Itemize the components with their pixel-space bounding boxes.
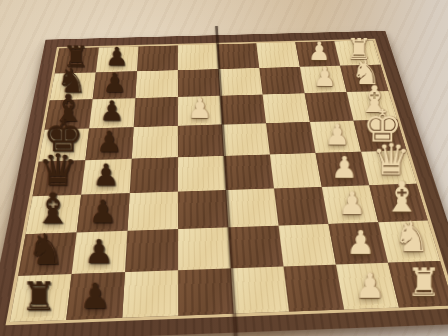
square-f5[interactable]: ♟ (178, 96, 222, 126)
black-pawn-d7[interactable]: ♟ (92, 160, 119, 190)
square-g4[interactable] (219, 68, 263, 96)
square-h4[interactable] (217, 43, 259, 69)
black-pawn-g7[interactable]: ♟ (102, 70, 126, 97)
square-e2[interactable]: ♟ (310, 121, 361, 153)
square-d2[interactable]: ♟ (316, 152, 370, 187)
square-c4[interactable] (226, 188, 278, 227)
square-f6[interactable] (134, 97, 178, 127)
square-d7[interactable]: ♟ (81, 159, 132, 195)
white-knight-b1[interactable]: ♞ (393, 216, 430, 258)
square-c5[interactable] (178, 190, 228, 229)
square-b1[interactable]: ♞ (378, 221, 440, 263)
square-b5[interactable] (178, 227, 231, 270)
square-e4[interactable] (222, 123, 270, 156)
square-e6[interactable] (132, 126, 178, 159)
white-pawn-g2[interactable]: ♟ (313, 64, 337, 91)
square-d3[interactable] (270, 153, 322, 188)
square-f3[interactable] (263, 93, 310, 123)
square-f4[interactable] (220, 95, 266, 125)
black-rook-a8[interactable]: ♜ (21, 276, 57, 316)
square-a3[interactable] (284, 265, 345, 312)
square-a7[interactable]: ♟ (66, 272, 125, 320)
square-b7[interactable]: ♟ (72, 231, 128, 274)
white-rook-a1[interactable]: ♜ (407, 263, 442, 302)
square-b8[interactable]: ♞ (18, 232, 77, 275)
square-c6[interactable] (127, 192, 178, 231)
chess-board: ♜♟♟♜♞♟♟♞♝♟♟♝♚♟♟♚♛♟♟♛♝♟♟♝♞♟♟♞♜♟♟♜ (0, 31, 448, 336)
square-h6[interactable] (137, 45, 178, 71)
black-knight-b8[interactable]: ♞ (27, 228, 66, 270)
square-g2[interactable]: ♟ (300, 66, 347, 94)
black-pawn-f7[interactable]: ♟ (99, 97, 124, 125)
square-b4[interactable] (228, 226, 283, 269)
square-a1[interactable]: ♜ (388, 261, 448, 308)
white-pawn-f5[interactable]: ♟ (187, 95, 212, 123)
square-b3[interactable] (279, 224, 336, 267)
square-e7[interactable]: ♟ (85, 127, 133, 160)
white-pawn-e2[interactable]: ♟ (324, 121, 350, 150)
square-b2[interactable]: ♟ (329, 222, 389, 264)
photo-of-chess-set: ♜♟♟♜♞♟♟♞♝♟♟♝♚♟♟♚♛♟♟♛♝♟♟♝♞♟♟♞♜♟♟♜ (0, 0, 448, 336)
square-h5[interactable] (178, 44, 219, 70)
square-h3[interactable] (256, 42, 300, 68)
black-pawn-b7[interactable]: ♟ (84, 236, 114, 269)
square-a8[interactable]: ♜ (10, 274, 72, 322)
square-g6[interactable] (135, 70, 178, 98)
square-c7[interactable]: ♟ (77, 193, 130, 232)
black-pawn-e7[interactable]: ♟ (96, 128, 122, 157)
square-a4[interactable] (231, 266, 289, 313)
square-c3[interactable] (274, 187, 328, 226)
black-bishop-c8[interactable]: ♝ (33, 187, 72, 230)
board-perspective-wrapper: ♜♟♟♜♞♟♟♞♝♟♟♝♚♟♟♚♛♟♟♛♝♟♟♝♞♟♟♞♜♟♟♜ (22, 0, 426, 336)
white-pawn-d2[interactable]: ♟ (331, 153, 358, 183)
square-a6[interactable] (122, 270, 178, 318)
white-pawn-b2[interactable]: ♟ (346, 227, 375, 260)
square-e3[interactable] (266, 122, 316, 155)
square-a5[interactable] (178, 268, 234, 315)
square-d4[interactable] (224, 154, 274, 190)
black-pawn-a7[interactable]: ♟ (79, 279, 111, 314)
white-pawn-a2[interactable]: ♟ (355, 269, 386, 304)
chess-board-grid: ♜♟♟♜♞♟♟♞♝♟♟♝♚♟♟♚♛♟♟♛♝♟♟♝♞♟♟♞♜♟♟♜ (10, 40, 448, 322)
square-g3[interactable] (259, 67, 304, 95)
square-d6[interactable] (130, 157, 178, 193)
black-pawn-c7[interactable]: ♟ (88, 196, 117, 228)
white-pawn-c2[interactable]: ♟ (338, 188, 366, 219)
square-d5[interactable] (178, 156, 226, 192)
square-b6[interactable] (125, 229, 178, 272)
square-e5[interactable] (178, 125, 224, 158)
